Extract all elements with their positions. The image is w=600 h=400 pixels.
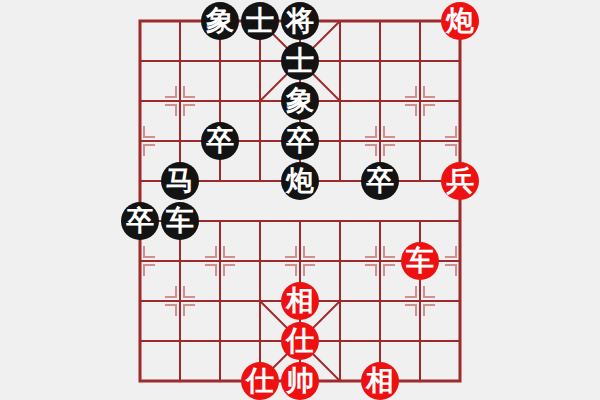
board-cell: 炮 xyxy=(280,161,320,201)
red-elephant[interactable]: 相 xyxy=(361,362,399,400)
pieces-grid[interactable]: 象士将士象卒卒马炮卒卒车炮兵车相仕仕帅相 xyxy=(120,1,480,400)
board-cell: 卒 xyxy=(280,121,320,161)
board-cell: 马 xyxy=(160,161,200,201)
black-soldier[interactable]: 卒 xyxy=(121,202,159,240)
board-cell: 卒 xyxy=(200,121,240,161)
red-cannon[interactable]: 炮 xyxy=(441,2,479,40)
board-cell: 象 xyxy=(200,1,240,41)
board-cell: 士 xyxy=(280,41,320,81)
board-cell: 车 xyxy=(400,241,440,281)
black-soldier[interactable]: 卒 xyxy=(201,122,239,160)
red-general[interactable]: 帅 xyxy=(281,362,319,400)
black-advisor[interactable]: 士 xyxy=(241,2,279,40)
board-cell: 帅 xyxy=(280,361,320,400)
board-cell: 士 xyxy=(240,1,280,41)
board-cell: 将 xyxy=(280,1,320,41)
black-elephant[interactable]: 象 xyxy=(281,82,319,120)
black-general[interactable]: 将 xyxy=(281,2,319,40)
red-soldier[interactable]: 兵 xyxy=(441,162,479,200)
black-horse[interactable]: 马 xyxy=(161,162,199,200)
black-chariot[interactable]: 车 xyxy=(161,202,199,240)
board-cell: 车 xyxy=(160,201,200,241)
xiangqi-board: 象士将士象卒卒马炮卒卒车炮兵车相仕仕帅相 xyxy=(0,0,600,400)
black-elephant[interactable]: 象 xyxy=(201,2,239,40)
board-cell: 仕 xyxy=(240,361,280,400)
red-advisor[interactable]: 仕 xyxy=(241,362,279,400)
black-advisor[interactable]: 士 xyxy=(281,42,319,80)
board-cell: 兵 xyxy=(440,161,480,201)
red-advisor[interactable]: 仕 xyxy=(281,322,319,360)
board-cell: 仕 xyxy=(280,321,320,361)
board-cell: 相 xyxy=(360,361,400,400)
black-soldier[interactable]: 卒 xyxy=(361,162,399,200)
black-cannon[interactable]: 炮 xyxy=(281,162,319,200)
board-cell: 卒 xyxy=(120,201,160,241)
board-cell: 象 xyxy=(280,81,320,121)
red-chariot[interactable]: 车 xyxy=(401,242,439,280)
board-cell: 相 xyxy=(280,281,320,321)
red-elephant[interactable]: 相 xyxy=(281,282,319,320)
board-cell: 炮 xyxy=(440,1,480,41)
board-cell: 卒 xyxy=(360,161,400,201)
black-soldier[interactable]: 卒 xyxy=(281,122,319,160)
